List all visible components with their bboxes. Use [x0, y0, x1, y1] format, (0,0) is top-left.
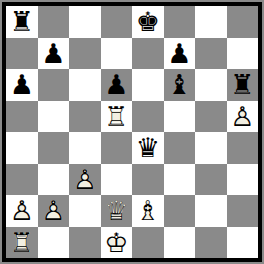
- black-king[interactable]: ♚: [136, 8, 160, 35]
- square-g5[interactable]: [195, 101, 227, 133]
- black-pawn[interactable]: ♟: [104, 71, 128, 98]
- square-b3[interactable]: [38, 164, 70, 196]
- square-f3[interactable]: [164, 164, 196, 196]
- white-pawn[interactable]: ♟♙: [41, 197, 65, 224]
- square-b4[interactable]: [38, 132, 70, 164]
- white-rook[interactable]: ♜♖: [104, 103, 128, 130]
- square-a1[interactable]: ♜♖: [6, 227, 38, 259]
- white-pawn[interactable]: ♟♙: [230, 103, 254, 130]
- square-c1[interactable]: [69, 227, 101, 259]
- square-g2[interactable]: [195, 195, 227, 227]
- black-rook[interactable]: ♜: [230, 71, 254, 98]
- square-c4[interactable]: [69, 132, 101, 164]
- square-e8[interactable]: ♚: [132, 6, 164, 38]
- white-queen[interactable]: ♛♕: [104, 197, 128, 224]
- white-piece-outline: ♕: [104, 197, 128, 224]
- diagram-frame: ♜♚♟♟♟♟♝♜♜♖♟♙♛♟♙♟♙♟♙♛♕♝♗♜♖♚♔: [0, 0, 264, 264]
- square-e1[interactable]: [132, 227, 164, 259]
- white-piece-outline: ♙: [73, 166, 97, 193]
- square-h6[interactable]: ♜: [227, 69, 259, 101]
- square-g4[interactable]: [195, 132, 227, 164]
- square-g8[interactable]: [195, 6, 227, 38]
- square-d5[interactable]: ♜♖: [101, 101, 133, 133]
- square-e6[interactable]: [132, 69, 164, 101]
- square-f7[interactable]: ♟: [164, 38, 196, 70]
- white-king[interactable]: ♚♔: [104, 229, 128, 256]
- square-a2[interactable]: ♟♙: [6, 195, 38, 227]
- square-c2[interactable]: [69, 195, 101, 227]
- chess-board: ♜♚♟♟♟♟♝♜♜♖♟♙♛♟♙♟♙♟♙♛♕♝♗♜♖♚♔: [2, 2, 262, 262]
- white-piece-outline: ♔: [104, 229, 128, 256]
- square-b1[interactable]: [38, 227, 70, 259]
- square-h7[interactable]: [227, 38, 259, 70]
- black-pawn[interactable]: ♟: [167, 40, 191, 67]
- square-g3[interactable]: [195, 164, 227, 196]
- square-b5[interactable]: [38, 101, 70, 133]
- square-d8[interactable]: [101, 6, 133, 38]
- square-c8[interactable]: [69, 6, 101, 38]
- square-h1[interactable]: [227, 227, 259, 259]
- square-f1[interactable]: [164, 227, 196, 259]
- square-c5[interactable]: [69, 101, 101, 133]
- square-c6[interactable]: [69, 69, 101, 101]
- square-e7[interactable]: [132, 38, 164, 70]
- square-g6[interactable]: [195, 69, 227, 101]
- square-d3[interactable]: [101, 164, 133, 196]
- square-h4[interactable]: [227, 132, 259, 164]
- square-g1[interactable]: [195, 227, 227, 259]
- black-bishop[interactable]: ♝: [167, 71, 191, 98]
- square-a7[interactable]: [6, 38, 38, 70]
- black-pawn[interactable]: ♟: [10, 71, 34, 98]
- white-piece-outline: ♖: [104, 103, 128, 130]
- white-pawn[interactable]: ♟♙: [10, 197, 34, 224]
- white-piece-outline: ♗: [136, 197, 160, 224]
- white-piece-outline: ♙: [230, 103, 254, 130]
- square-d1[interactable]: ♚♔: [101, 227, 133, 259]
- square-d2[interactable]: ♛♕: [101, 195, 133, 227]
- square-f8[interactable]: [164, 6, 196, 38]
- square-h2[interactable]: [227, 195, 259, 227]
- square-b6[interactable]: [38, 69, 70, 101]
- square-e5[interactable]: [132, 101, 164, 133]
- square-g7[interactable]: [195, 38, 227, 70]
- square-d7[interactable]: [101, 38, 133, 70]
- square-h3[interactable]: [227, 164, 259, 196]
- white-bishop[interactable]: ♝♗: [136, 197, 160, 224]
- square-f6[interactable]: ♝: [164, 69, 196, 101]
- white-piece-outline: ♖: [10, 229, 34, 256]
- black-pawn[interactable]: ♟: [41, 40, 65, 67]
- square-b8[interactable]: [38, 6, 70, 38]
- square-b7[interactable]: ♟: [38, 38, 70, 70]
- white-pawn[interactable]: ♟♙: [73, 166, 97, 193]
- square-e4[interactable]: ♛: [132, 132, 164, 164]
- white-piece-outline: ♙: [10, 197, 34, 224]
- black-rook[interactable]: ♜: [10, 8, 34, 35]
- square-h5[interactable]: ♟♙: [227, 101, 259, 133]
- square-a5[interactable]: [6, 101, 38, 133]
- square-d6[interactable]: ♟: [101, 69, 133, 101]
- black-queen[interactable]: ♛: [136, 134, 160, 161]
- square-a6[interactable]: ♟: [6, 69, 38, 101]
- square-a4[interactable]: [6, 132, 38, 164]
- square-f2[interactable]: [164, 195, 196, 227]
- square-c3[interactable]: ♟♙: [69, 164, 101, 196]
- square-f4[interactable]: [164, 132, 196, 164]
- square-a3[interactable]: [6, 164, 38, 196]
- square-a8[interactable]: ♜: [6, 6, 38, 38]
- square-d4[interactable]: [101, 132, 133, 164]
- square-e2[interactable]: ♝♗: [132, 195, 164, 227]
- square-h8[interactable]: [227, 6, 259, 38]
- white-rook[interactable]: ♜♖: [10, 229, 34, 256]
- square-c7[interactable]: [69, 38, 101, 70]
- square-b2[interactable]: ♟♙: [38, 195, 70, 227]
- square-e3[interactable]: [132, 164, 164, 196]
- square-f5[interactable]: [164, 101, 196, 133]
- white-piece-outline: ♙: [41, 197, 65, 224]
